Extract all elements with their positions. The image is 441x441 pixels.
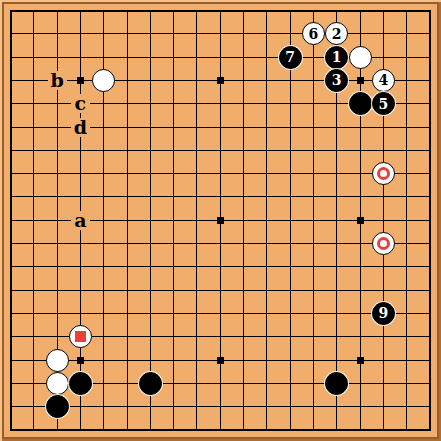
stone-black-R6: 9	[372, 302, 395, 325]
grid-line-vertical	[313, 10, 314, 431]
star-point	[217, 77, 224, 84]
grid-line-vertical	[266, 10, 267, 431]
stone-number-label: 4	[378, 73, 388, 87]
stone-black-G3	[139, 372, 162, 395]
go-board: 62713459abcd	[0, 0, 441, 441]
stone-white-Q17	[349, 46, 372, 69]
point-label-c: c	[71, 94, 90, 113]
stone-number-label: 5	[378, 97, 388, 111]
circle-mark-icon	[377, 237, 390, 250]
stone-number-label: 6	[309, 27, 319, 41]
stone-white-C4	[46, 349, 69, 372]
stone-black-N17: 7	[279, 46, 302, 69]
grid-line-vertical	[290, 10, 291, 431]
point-label-b: b	[48, 71, 67, 90]
stone-number-label: 9	[378, 306, 388, 320]
star-point	[357, 357, 364, 364]
star-point	[357, 77, 364, 84]
circle-mark-icon	[377, 167, 390, 180]
stone-number-label: 3	[332, 73, 342, 87]
grid-line-horizontal	[10, 290, 431, 291]
grid-line-vertical	[429, 10, 431, 431]
star-point	[357, 217, 364, 224]
square-mark-icon	[75, 331, 86, 342]
stone-white-R12	[372, 162, 395, 185]
stone-black-P17: 1	[325, 46, 348, 69]
stone-number-label: 7	[285, 50, 295, 64]
point-label-d: d	[71, 118, 90, 137]
grid-line-horizontal	[10, 429, 431, 431]
grid-line-vertical	[243, 10, 244, 431]
stone-white-D5	[69, 325, 92, 348]
stone-number-label: 1	[332, 50, 342, 64]
star-point	[217, 357, 224, 364]
stone-black-R15: 5	[372, 92, 395, 115]
stone-black-C2	[46, 395, 69, 418]
grid-line-horizontal	[10, 266, 431, 267]
stone-black-Q15	[349, 92, 372, 115]
stone-number-label: 2	[332, 27, 342, 41]
stone-black-P16: 3	[325, 69, 348, 92]
star-point	[77, 357, 84, 364]
grid-line-horizontal	[10, 243, 431, 244]
stone-white-C3	[46, 372, 69, 395]
stone-white-R9	[372, 232, 395, 255]
stone-black-D3	[69, 372, 92, 395]
stone-white-E16	[92, 69, 115, 92]
star-point	[217, 217, 224, 224]
stone-black-O3	[325, 372, 348, 395]
grid-line-horizontal	[10, 406, 431, 407]
grid-line-vertical	[406, 10, 407, 431]
point-label-a: a	[71, 211, 90, 230]
stone-white-R16: 4	[372, 69, 395, 92]
grid-line-horizontal	[10, 313, 431, 314]
star-point	[77, 77, 84, 84]
